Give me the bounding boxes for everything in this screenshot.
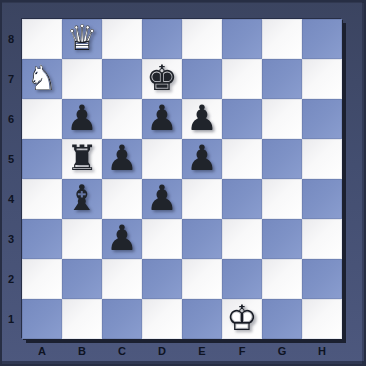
chess-board: ♛♕♞♘♚♟♟♟♜♟♟♝♟♟♚♔ bbox=[22, 19, 342, 339]
square-d1[interactable] bbox=[142, 299, 182, 339]
file-label-c: C bbox=[102, 340, 142, 361]
square-e5[interactable]: ♟ bbox=[182, 139, 222, 179]
rank-label-6: 6 bbox=[0, 99, 22, 139]
square-b4[interactable]: ♝ bbox=[62, 179, 102, 219]
square-d6[interactable]: ♟ bbox=[142, 99, 182, 139]
square-h7[interactable] bbox=[302, 59, 342, 99]
file-label-e: E bbox=[182, 340, 222, 361]
square-c3[interactable]: ♟ bbox=[102, 219, 142, 259]
piece-glyph: ♟ bbox=[102, 218, 142, 258]
piece-bP-d4[interactable]: ♟ bbox=[142, 179, 182, 219]
square-g8[interactable] bbox=[262, 19, 302, 59]
square-g6[interactable] bbox=[262, 99, 302, 139]
piece-wQ-b8[interactable]: ♛♕ bbox=[62, 19, 102, 59]
square-d8[interactable] bbox=[142, 19, 182, 59]
piece-bP-c3[interactable]: ♟ bbox=[102, 219, 142, 259]
square-d5[interactable] bbox=[142, 139, 182, 179]
file-label-f: F bbox=[222, 340, 262, 361]
square-f3[interactable] bbox=[222, 219, 262, 259]
square-d2[interactable] bbox=[142, 259, 182, 299]
square-h8[interactable] bbox=[302, 19, 342, 59]
square-c7[interactable] bbox=[102, 59, 142, 99]
square-b6[interactable]: ♟ bbox=[62, 99, 102, 139]
rank-label-4: 4 bbox=[0, 179, 22, 219]
piece-glyph-outline: ♔ bbox=[222, 298, 262, 338]
rank-label-1: 1 bbox=[0, 299, 22, 339]
square-a5[interactable] bbox=[22, 139, 62, 179]
square-h2[interactable] bbox=[302, 259, 342, 299]
file-label-g: G bbox=[262, 340, 302, 361]
square-f5[interactable] bbox=[222, 139, 262, 179]
square-f6[interactable] bbox=[222, 99, 262, 139]
piece-wK-f1[interactable]: ♚♔ bbox=[222, 299, 262, 339]
rank-label-5: 5 bbox=[0, 139, 22, 179]
square-g1[interactable] bbox=[262, 299, 302, 339]
piece-glyph-outline: ♕ bbox=[62, 18, 102, 58]
square-f1[interactable]: ♚♔ bbox=[222, 299, 262, 339]
square-h5[interactable] bbox=[302, 139, 342, 179]
square-h6[interactable] bbox=[302, 99, 342, 139]
square-f2[interactable] bbox=[222, 259, 262, 299]
square-d3[interactable] bbox=[142, 219, 182, 259]
rank-labels: 8 7 6 5 4 3 2 1 bbox=[0, 19, 22, 339]
piece-bR-b5[interactable]: ♜ bbox=[62, 139, 102, 179]
square-e1[interactable] bbox=[182, 299, 222, 339]
square-f8[interactable] bbox=[222, 19, 262, 59]
piece-bB-b4[interactable]: ♝ bbox=[62, 179, 102, 219]
piece-glyph: ♝ bbox=[62, 178, 102, 218]
piece-glyph: ♟ bbox=[182, 98, 222, 138]
piece-glyph: ♟ bbox=[62, 98, 102, 138]
square-b7[interactable] bbox=[62, 59, 102, 99]
rank-label-3: 3 bbox=[0, 219, 22, 259]
piece-glyph: ♟ bbox=[182, 138, 222, 178]
rank-label-2: 2 bbox=[0, 259, 22, 299]
file-label-b: B bbox=[62, 340, 102, 361]
square-f4[interactable] bbox=[222, 179, 262, 219]
square-c4[interactable] bbox=[102, 179, 142, 219]
piece-wN-a7[interactable]: ♞♘ bbox=[22, 59, 62, 99]
square-h4[interactable] bbox=[302, 179, 342, 219]
file-label-h: H bbox=[302, 340, 342, 361]
square-b3[interactable] bbox=[62, 219, 102, 259]
piece-bP-d6[interactable]: ♟ bbox=[142, 99, 182, 139]
piece-bK-d7[interactable]: ♚ bbox=[142, 59, 182, 99]
square-c2[interactable] bbox=[102, 259, 142, 299]
square-e3[interactable] bbox=[182, 219, 222, 259]
square-a4[interactable] bbox=[22, 179, 62, 219]
piece-glyph: ♟ bbox=[142, 98, 182, 138]
square-a6[interactable] bbox=[22, 99, 62, 139]
square-g5[interactable] bbox=[262, 139, 302, 179]
square-a3[interactable] bbox=[22, 219, 62, 259]
square-g4[interactable] bbox=[262, 179, 302, 219]
square-c6[interactable] bbox=[102, 99, 142, 139]
piece-glyph: ♟ bbox=[102, 138, 142, 178]
square-b5[interactable]: ♜ bbox=[62, 139, 102, 179]
board-frame: 8 7 6 5 4 3 2 1 ♛♕♞♘♚♟♟♟♜♟♟♝♟♟♚♔ A B C D… bbox=[0, 0, 366, 366]
piece-bP-b6[interactable]: ♟ bbox=[62, 99, 102, 139]
file-labels: A B C D E F G H bbox=[22, 340, 342, 361]
square-c8[interactable] bbox=[102, 19, 142, 59]
square-h1[interactable] bbox=[302, 299, 342, 339]
piece-glyph-outline: ♘ bbox=[22, 58, 62, 98]
square-a7[interactable]: ♞♘ bbox=[22, 59, 62, 99]
square-e2[interactable] bbox=[182, 259, 222, 299]
square-c5[interactable]: ♟ bbox=[102, 139, 142, 179]
square-g7[interactable] bbox=[262, 59, 302, 99]
piece-glyph: ♚ bbox=[142, 58, 182, 98]
rank-label-7: 7 bbox=[0, 59, 22, 99]
square-e4[interactable] bbox=[182, 179, 222, 219]
square-e8[interactable] bbox=[182, 19, 222, 59]
square-b1[interactable] bbox=[62, 299, 102, 339]
rank-label-8: 8 bbox=[0, 19, 22, 59]
square-a1[interactable] bbox=[22, 299, 62, 339]
square-g2[interactable] bbox=[262, 259, 302, 299]
square-d7[interactable]: ♚ bbox=[142, 59, 182, 99]
square-e7[interactable] bbox=[182, 59, 222, 99]
square-h3[interactable] bbox=[302, 219, 342, 259]
square-d4[interactable]: ♟ bbox=[142, 179, 182, 219]
piece-bP-e6[interactable]: ♟ bbox=[182, 99, 222, 139]
square-c1[interactable] bbox=[102, 299, 142, 339]
piece-glyph: ♟ bbox=[142, 178, 182, 218]
square-b2[interactable] bbox=[62, 259, 102, 299]
square-a2[interactable] bbox=[22, 259, 62, 299]
square-b8[interactable]: ♛♕ bbox=[62, 19, 102, 59]
piece-bP-c5[interactable]: ♟ bbox=[102, 139, 142, 179]
file-label-d: D bbox=[142, 340, 182, 361]
file-label-a: A bbox=[22, 340, 62, 361]
square-a8[interactable] bbox=[22, 19, 62, 59]
piece-glyph: ♜ bbox=[62, 138, 102, 178]
square-f7[interactable] bbox=[222, 59, 262, 99]
square-g3[interactable] bbox=[262, 219, 302, 259]
square-e6[interactable]: ♟ bbox=[182, 99, 222, 139]
piece-bP-e5[interactable]: ♟ bbox=[182, 139, 222, 179]
